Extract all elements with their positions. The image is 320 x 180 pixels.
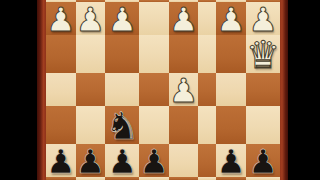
black-pawn-g7[interactable]: ♟ — [76, 145, 106, 178]
white-pawn-h2[interactable]: ♟ — [46, 3, 76, 36]
square-h7[interactable]: ♟ — [46, 144, 76, 177]
square-g4[interactable] — [76, 35, 106, 73]
square-h2[interactable]: ♟ — [46, 2, 76, 35]
white-pawn-d2[interactable]: ♟ — [169, 3, 199, 36]
square-f7[interactable]: ♟ — [105, 144, 139, 177]
black-knight-f6[interactable]: ♞ — [105, 107, 139, 145]
square-c5[interactable] — [198, 73, 216, 106]
square-h8-cropped[interactable] — [46, 177, 76, 180]
square-b6[interactable] — [216, 106, 246, 144]
square-h4[interactable] — [46, 35, 76, 73]
square-e8-cropped[interactable] — [139, 177, 169, 180]
square-f2[interactable]: ♟ — [105, 2, 139, 35]
square-b4[interactable] — [216, 35, 246, 73]
square-g2[interactable]: ♟ — [76, 2, 106, 35]
square-b8-cropped[interactable] — [216, 177, 246, 180]
black-pawn-f7[interactable]: ♟ — [107, 145, 137, 178]
square-a8-cropped[interactable] — [246, 177, 280, 180]
square-e2[interactable] — [139, 2, 169, 35]
square-d7[interactable] — [169, 144, 199, 177]
square-g6[interactable] — [76, 106, 106, 144]
square-g8-cropped[interactable] — [76, 177, 106, 180]
white-queen-a4[interactable]: ♛ — [246, 36, 280, 74]
board-wooden-frame: ♟♟♟♟♟♟♛♟♞♟♟♟♟♟♟ — [37, 0, 288, 180]
square-e4[interactable] — [139, 35, 169, 73]
square-b7[interactable]: ♟ — [216, 144, 246, 177]
square-h6[interactable] — [46, 106, 76, 144]
square-h5[interactable] — [46, 73, 76, 106]
black-pawn-a7[interactable]: ♟ — [248, 145, 278, 178]
white-pawn-b2[interactable]: ♟ — [216, 3, 246, 36]
black-pawn-b7[interactable]: ♟ — [216, 145, 246, 178]
square-e6[interactable] — [139, 106, 169, 144]
square-f8-cropped[interactable] — [105, 177, 139, 180]
square-a2[interactable]: ♟ — [246, 2, 280, 35]
square-d5[interactable]: ♟ — [169, 73, 199, 106]
square-a7[interactable]: ♟ — [246, 144, 280, 177]
white-pawn-a2[interactable]: ♟ — [248, 3, 278, 36]
square-a5[interactable] — [246, 73, 280, 106]
square-f5[interactable] — [105, 73, 139, 106]
square-g7[interactable]: ♟ — [76, 144, 106, 177]
square-e5[interactable] — [139, 73, 169, 106]
white-pawn-f2[interactable]: ♟ — [107, 3, 137, 36]
square-c7[interactable] — [198, 144, 216, 177]
square-c8-cropped[interactable] — [198, 177, 216, 180]
chess-board-thumbnail: ♟♟♟♟♟♟♛♟♞♟♟♟♟♟♟ — [0, 0, 320, 180]
black-pawn-e7[interactable]: ♟ — [139, 145, 169, 178]
square-e7[interactable]: ♟ — [139, 144, 169, 177]
square-d8-cropped[interactable] — [169, 177, 199, 180]
square-g5[interactable] — [76, 73, 106, 106]
square-a4[interactable]: ♛ — [246, 35, 280, 73]
square-f6[interactable]: ♞ — [105, 106, 139, 144]
square-c6[interactable] — [198, 106, 216, 144]
square-b5[interactable] — [216, 73, 246, 106]
square-a6[interactable] — [246, 106, 280, 144]
white-pawn-d5[interactable]: ♟ — [169, 74, 199, 107]
square-c2[interactable] — [198, 2, 216, 35]
square-f4[interactable] — [105, 35, 139, 73]
square-b2[interactable]: ♟ — [216, 2, 246, 35]
black-pawn-h7[interactable]: ♟ — [46, 145, 76, 178]
square-d4[interactable] — [169, 35, 199, 73]
chess-board: ♟♟♟♟♟♟♛♟♞♟♟♟♟♟♟ — [46, 0, 280, 180]
square-d2[interactable]: ♟ — [169, 2, 199, 35]
square-c4[interactable] — [198, 35, 216, 73]
square-d6[interactable] — [169, 106, 199, 144]
white-pawn-g2[interactable]: ♟ — [76, 3, 106, 36]
